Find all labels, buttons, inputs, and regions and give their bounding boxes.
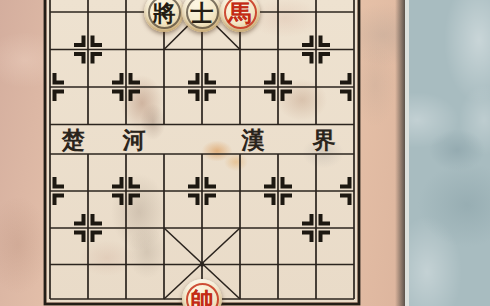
piece-black-advisor[interactable]: 士 xyxy=(182,0,222,32)
window-edge-shadow xyxy=(395,0,405,306)
xiangqi-board[interactable]: 楚河漢界 將士馬帥 xyxy=(40,0,364,306)
piece-red-general[interactable]: 帥 xyxy=(182,279,222,306)
piece-glyph: 馬 xyxy=(220,0,260,32)
marble-desktop-strip xyxy=(409,0,490,306)
piece-glyph: 帥 xyxy=(182,279,222,306)
piece-red-horse[interactable]: 馬 xyxy=(220,0,260,32)
piece-glyph: 士 xyxy=(182,0,222,32)
pieces-layer: 將士馬帥 xyxy=(40,0,364,306)
game-screen: 楚河漢界 將士馬帥 xyxy=(0,0,490,306)
piece-black-general[interactable]: 將 xyxy=(144,0,184,32)
piece-glyph: 將 xyxy=(144,0,184,32)
